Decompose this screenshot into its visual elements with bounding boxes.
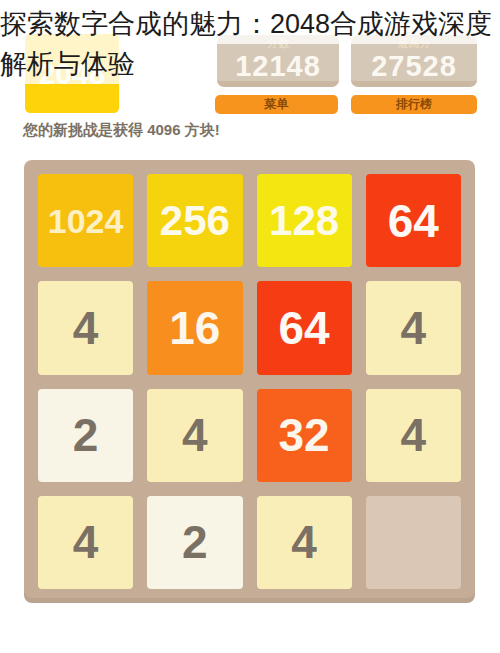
tile-16: 16 bbox=[147, 281, 242, 374]
leaderboard-button[interactable]: 排行榜 bbox=[351, 95, 477, 114]
board-grid: 10242561286441664424324424 bbox=[24, 160, 475, 603]
tile-4: 4 bbox=[366, 389, 461, 482]
best-score-value: 27528 bbox=[371, 50, 457, 82]
tile-32: 32 bbox=[257, 389, 352, 482]
challenge-message: 您的新挑战是获得 4096 方块! bbox=[23, 121, 220, 140]
tile-128: 128 bbox=[257, 174, 352, 267]
tile-4: 4 bbox=[147, 389, 242, 482]
tile-256: 256 bbox=[147, 174, 242, 267]
tile-4: 4 bbox=[366, 281, 461, 374]
menu-button[interactable]: 菜单 bbox=[215, 95, 338, 114]
tile-64: 64 bbox=[366, 174, 461, 267]
article-title-line1: 探索数字合成的魅力：2048合成游戏深度 bbox=[0, 4, 500, 44]
tile-2: 2 bbox=[147, 496, 242, 589]
tile-4: 4 bbox=[38, 496, 133, 589]
article-title-line2: 解析与体验 bbox=[0, 44, 157, 84]
tile-2: 2 bbox=[38, 389, 133, 482]
tile-1024: 1024 bbox=[38, 174, 133, 267]
tile-4: 4 bbox=[38, 281, 133, 374]
tile-4: 4 bbox=[257, 496, 352, 589]
tile-64: 64 bbox=[257, 281, 352, 374]
empty-cell bbox=[366, 496, 461, 589]
score-value: 12148 bbox=[235, 50, 321, 82]
